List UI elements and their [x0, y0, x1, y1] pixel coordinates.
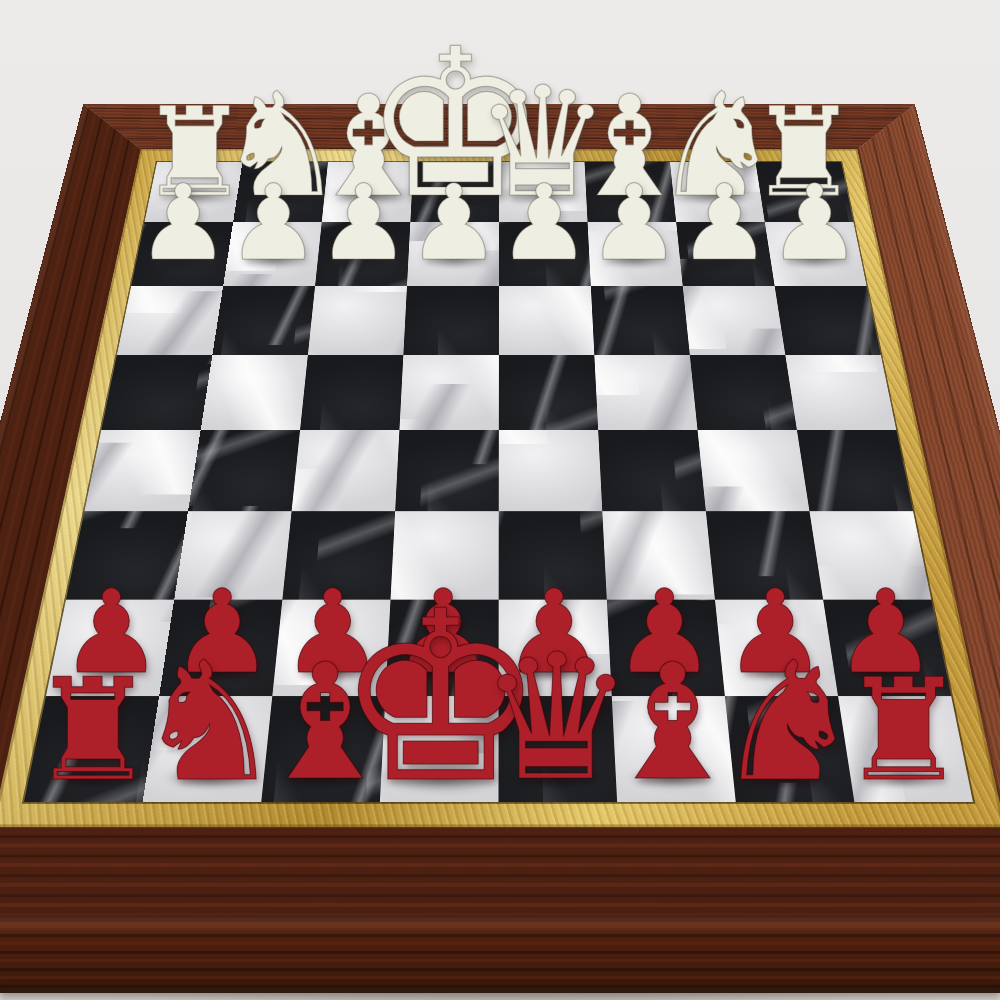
piece-white-pawn-b2[interactable]: ♟ [678, 171, 772, 276]
piece-white-pawn-a2[interactable]: ♟ [768, 171, 862, 276]
piece-white-pawn-c2[interactable]: ♟ [587, 171, 681, 276]
piece-white-pawn-e2[interactable]: ♟ [407, 171, 501, 276]
piece-red-rook-a8[interactable]: ♜ [841, 660, 967, 801]
piece-white-pawn-f2[interactable]: ♟ [317, 171, 411, 276]
pieces-layer: ♜♞♝♚♛♝♞♜♟♟♟♟♟♟♟♟♟♟♟♟♟♟♟♟♜♞♝♚♛♝♞♜ [0, 0, 1000, 1000]
piece-white-pawn-d2[interactable]: ♟ [497, 171, 591, 276]
piece-red-knight-b8[interactable]: ♞ [714, 640, 861, 805]
chess-scene: ♜♞♝♚♛♝♞♜♟♟♟♟♟♟♟♟♟♟♟♟♟♟♟♟♜♞♝♚♛♝♞♜ [0, 0, 1000, 1000]
piece-white-pawn-h2[interactable]: ♟ [136, 171, 230, 276]
piece-white-pawn-g2[interactable]: ♟ [226, 171, 320, 276]
